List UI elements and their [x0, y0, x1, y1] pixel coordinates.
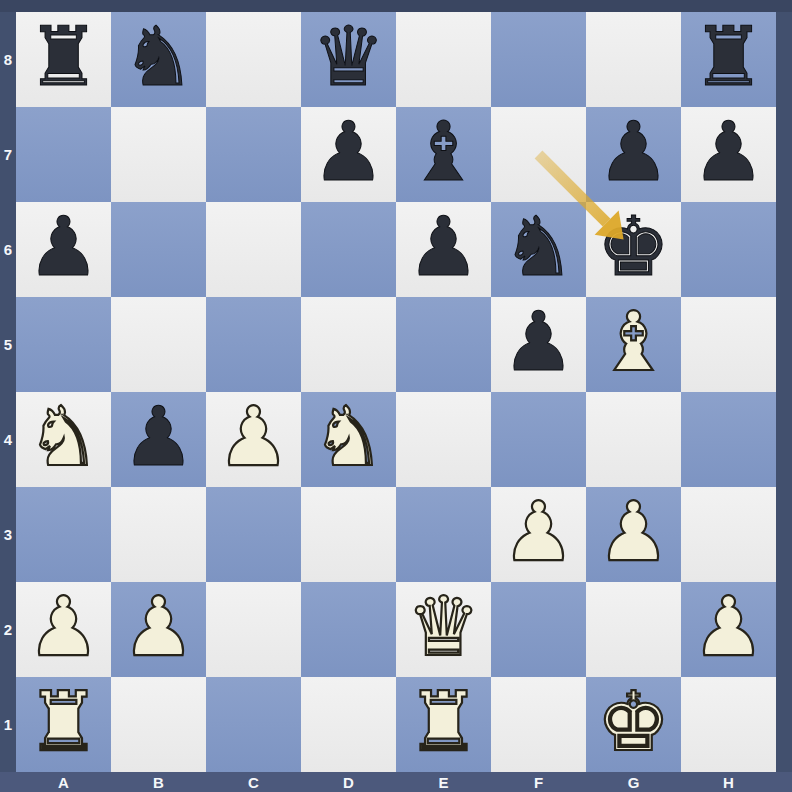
square-e3[interactable]: [396, 487, 491, 582]
square-e4[interactable]: [396, 392, 491, 487]
square-f8[interactable]: [491, 12, 586, 107]
square-h1[interactable]: [681, 677, 776, 772]
square-d3[interactable]: [301, 487, 396, 582]
rank-label-3: 3: [0, 487, 16, 582]
square-e5[interactable]: [396, 297, 491, 392]
square-g3[interactable]: ♟: [586, 487, 681, 582]
square-c8[interactable]: [206, 12, 301, 107]
rank-label-5: 5: [0, 297, 16, 392]
square-f1[interactable]: [491, 677, 586, 772]
file-label-f: F: [491, 772, 586, 792]
square-f6[interactable]: ♞: [491, 202, 586, 297]
square-d4[interactable]: ♞: [301, 392, 396, 487]
square-d7[interactable]: ♟: [301, 107, 396, 202]
rank-label-8: 8: [0, 12, 16, 107]
piece-black-bishop-e7[interactable]: ♝: [407, 111, 481, 193]
square-c4[interactable]: ♟: [206, 392, 301, 487]
square-f2[interactable]: [491, 582, 586, 677]
piece-black-pawn-f5[interactable]: ♟: [502, 301, 576, 383]
piece-white-rook-e1[interactable]: ♜: [407, 681, 481, 763]
square-b7[interactable]: [111, 107, 206, 202]
rank-label-2: 2: [0, 582, 16, 677]
piece-white-knight-d4[interactable]: ♞: [312, 396, 386, 478]
piece-white-rook-a1[interactable]: ♜: [27, 681, 101, 763]
square-h2[interactable]: ♟: [681, 582, 776, 677]
piece-black-pawn-d7[interactable]: ♟: [312, 111, 386, 193]
piece-black-pawn-e6[interactable]: ♟: [407, 206, 481, 288]
square-h5[interactable]: [681, 297, 776, 392]
square-d2[interactable]: [301, 582, 396, 677]
square-b5[interactable]: [111, 297, 206, 392]
piece-white-bishop-g5[interactable]: ♝: [597, 301, 671, 383]
file-label-d: D: [301, 772, 396, 792]
square-f5[interactable]: ♟: [491, 297, 586, 392]
piece-black-pawn-h7[interactable]: ♟: [692, 111, 766, 193]
square-c6[interactable]: [206, 202, 301, 297]
piece-white-pawn-f3[interactable]: ♟: [502, 491, 576, 573]
square-g1[interactable]: ♚: [586, 677, 681, 772]
piece-black-pawn-b4[interactable]: ♟: [122, 396, 196, 478]
square-d6[interactable]: [301, 202, 396, 297]
piece-black-knight-b8[interactable]: ♞: [122, 16, 196, 98]
square-d1[interactable]: [301, 677, 396, 772]
piece-white-queen-e2[interactable]: ♛: [407, 586, 481, 668]
square-b8[interactable]: ♞: [111, 12, 206, 107]
square-f3[interactable]: ♟: [491, 487, 586, 582]
piece-black-knight-f6[interactable]: ♞: [502, 206, 576, 288]
piece-white-pawn-b2[interactable]: ♟: [122, 586, 196, 668]
file-label-b: B: [111, 772, 206, 792]
piece-black-king-g6[interactable]: ♚: [597, 206, 671, 288]
piece-white-knight-a4[interactable]: ♞: [27, 396, 101, 478]
square-a5[interactable]: [16, 297, 111, 392]
square-c2[interactable]: [206, 582, 301, 677]
piece-black-rook-a8[interactable]: ♜: [27, 16, 101, 98]
piece-white-pawn-g3[interactable]: ♟: [597, 491, 671, 573]
square-h3[interactable]: [681, 487, 776, 582]
chess-board[interactable]: ♜♞♛♜♟♝♟♟♟♟♞♚♟♝♞♟♟♞♟♟♟♟♛♟♜♜♚: [16, 12, 776, 772]
square-a8[interactable]: ♜: [16, 12, 111, 107]
square-h7[interactable]: ♟: [681, 107, 776, 202]
square-b2[interactable]: ♟: [111, 582, 206, 677]
square-g7[interactable]: ♟: [586, 107, 681, 202]
square-a4[interactable]: ♞: [16, 392, 111, 487]
square-c1[interactable]: [206, 677, 301, 772]
file-labels: ABCDEFGH: [16, 772, 776, 792]
square-g6[interactable]: ♚: [586, 202, 681, 297]
square-f4[interactable]: [491, 392, 586, 487]
piece-white-king-g1[interactable]: ♚: [597, 681, 671, 763]
square-e1[interactable]: ♜: [396, 677, 491, 772]
square-b1[interactable]: [111, 677, 206, 772]
square-e8[interactable]: [396, 12, 491, 107]
square-h6[interactable]: [681, 202, 776, 297]
rank-labels: 87654321: [0, 12, 16, 772]
square-h4[interactable]: [681, 392, 776, 487]
piece-black-queen-d8[interactable]: ♛: [312, 16, 386, 98]
square-c3[interactable]: [206, 487, 301, 582]
square-a1[interactable]: ♜: [16, 677, 111, 772]
square-b3[interactable]: [111, 487, 206, 582]
square-a7[interactable]: [16, 107, 111, 202]
square-f7[interactable]: [491, 107, 586, 202]
file-label-h: H: [681, 772, 776, 792]
file-label-e: E: [396, 772, 491, 792]
square-g5[interactable]: ♝: [586, 297, 681, 392]
file-label-c: C: [206, 772, 301, 792]
square-g4[interactable]: [586, 392, 681, 487]
square-d5[interactable]: [301, 297, 396, 392]
square-g8[interactable]: [586, 12, 681, 107]
file-label-a: A: [16, 772, 111, 792]
piece-black-pawn-a6[interactable]: ♟: [27, 206, 101, 288]
square-a2[interactable]: ♟: [16, 582, 111, 677]
square-a3[interactable]: [16, 487, 111, 582]
piece-white-pawn-h2[interactable]: ♟: [692, 586, 766, 668]
square-b4[interactable]: ♟: [111, 392, 206, 487]
rank-label-6: 6: [0, 202, 16, 297]
file-label-g: G: [586, 772, 681, 792]
square-e2[interactable]: ♛: [396, 582, 491, 677]
square-c5[interactable]: [206, 297, 301, 392]
piece-black-rook-h8[interactable]: ♜: [692, 16, 766, 98]
square-e6[interactable]: ♟: [396, 202, 491, 297]
square-d8[interactable]: ♛: [301, 12, 396, 107]
board-top-border: [0, 0, 792, 12]
piece-white-pawn-a2[interactable]: ♟: [27, 586, 101, 668]
piece-white-pawn-c4[interactable]: ♟: [217, 396, 291, 478]
square-h8[interactable]: ♜: [681, 12, 776, 107]
rank-label-1: 1: [0, 677, 16, 772]
piece-black-pawn-g7[interactable]: ♟: [597, 111, 671, 193]
square-e7[interactable]: ♝: [396, 107, 491, 202]
rank-label-7: 7: [0, 107, 16, 202]
square-a6[interactable]: ♟: [16, 202, 111, 297]
square-b6[interactable]: [111, 202, 206, 297]
square-g2[interactable]: [586, 582, 681, 677]
rank-label-4: 4: [0, 392, 16, 487]
chess-board-frame: 87654321 ♜♞♛♜♟♝♟♟♟♟♞♚♟♝♞♟♟♞♟♟♟♟♛♟♜♜♚ ABC…: [0, 0, 792, 792]
square-c7[interactable]: [206, 107, 301, 202]
